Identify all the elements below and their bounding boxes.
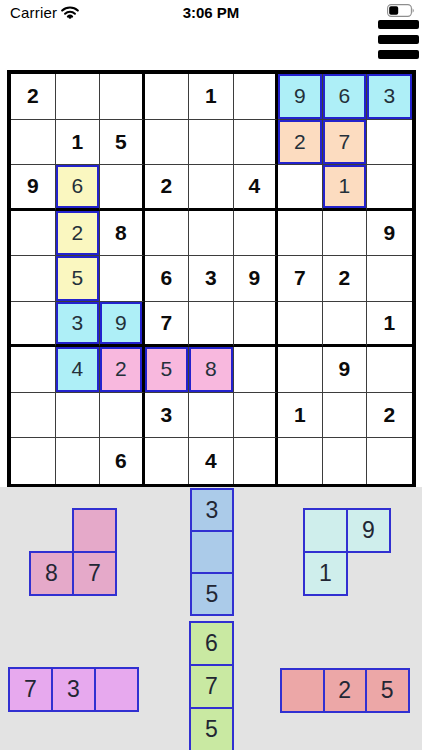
grid-cell-r4c1[interactable]: [11, 211, 56, 257]
grid-cell-r1c2[interactable]: [56, 74, 101, 120]
piece-orchid-bar-cell[interactable]: 3: [51, 667, 96, 712]
grid-cell-r2c6[interactable]: [234, 120, 279, 166]
grid-cell-r1c3[interactable]: [100, 74, 145, 120]
piece-salmon-bar-cell[interactable]: 5: [365, 668, 410, 713]
grid-cell-r9c7[interactable]: [278, 438, 323, 484]
grid-cell-r3c6[interactable]: 4: [234, 165, 279, 211]
grid-cell-r2c4[interactable]: [145, 120, 190, 166]
grid-cell-r6c1[interactable]: [11, 302, 56, 348]
grid-cell-r5c9[interactable]: [367, 256, 412, 302]
grid-cell-r4c4[interactable]: [145, 211, 190, 257]
grid-cell-r4c6[interactable]: [234, 211, 279, 257]
grid-cell-r7c5[interactable]: 8: [189, 347, 234, 393]
piece-blue-bar-cell[interactable]: [190, 530, 234, 574]
piece-green-bar-cell[interactable]: 5: [189, 707, 234, 750]
grid-cell-r8c2[interactable]: [56, 393, 101, 439]
piece-orchid-bar-cell[interactable]: 7: [8, 667, 53, 712]
grid-cell-r4c7[interactable]: [278, 211, 323, 257]
grid-cell-r4c8[interactable]: [323, 211, 368, 257]
grid-cell-r2c2[interactable]: 1: [56, 120, 101, 166]
grid-cell-r1c6[interactable]: [234, 74, 279, 120]
grid-cell-r1c8[interactable]: 6: [323, 74, 368, 120]
grid-cell-r6c9[interactable]: 1: [367, 302, 412, 348]
grid-cell-r6c8[interactable]: [323, 302, 368, 348]
piece-cyan-L-cell[interactable]: 1: [303, 551, 348, 596]
grid-cell-r8c6[interactable]: [234, 393, 279, 439]
grid-cell-r2c7[interactable]: 2: [278, 120, 323, 166]
grid-cell-r1c5[interactable]: 1: [189, 74, 234, 120]
grid-cell-r5c6[interactable]: 9: [234, 256, 279, 302]
grid-cell-r8c7[interactable]: 1: [278, 393, 323, 439]
piece-salmon-bar-cell[interactable]: 2: [323, 668, 368, 713]
grid-cell-r3c5[interactable]: [189, 165, 234, 211]
grid-cell-r4c3[interactable]: 8: [100, 211, 145, 257]
grid-cell-r8c5[interactable]: [189, 393, 234, 439]
grid-cell-r5c5[interactable]: 3: [189, 256, 234, 302]
grid-cell-r1c1[interactable]: 2: [11, 74, 56, 120]
grid-cell-r3c9[interactable]: [367, 165, 412, 211]
grid-cell-r2c9[interactable]: [367, 120, 412, 166]
grid-cell-r4c2[interactable]: 2: [56, 211, 101, 257]
piece-green-bar-cell[interactable]: 7: [189, 664, 234, 709]
grid-cell-r8c8[interactable]: [323, 393, 368, 439]
grid-cell-r7c4[interactable]: 5: [145, 347, 190, 393]
hamburger-icon: [378, 50, 419, 59]
app-screen: Carrier 3:06 PM 219631527962412895639723…: [0, 0, 422, 750]
piece-blue-bar-cell[interactable]: 3: [190, 488, 234, 532]
grid-cell-r8c9[interactable]: 2: [367, 393, 412, 439]
grid-cell-r6c5[interactable]: [189, 302, 234, 348]
grid-cell-r2c5[interactable]: [189, 120, 234, 166]
grid-cell-r3c7[interactable]: [278, 165, 323, 211]
piece-blue-bar-cell[interactable]: 5: [190, 572, 234, 616]
hamburger-icon: [378, 35, 419, 44]
sudoku-board: 2196315279624128956397239714258931264: [7, 70, 416, 488]
grid-cell-r3c1[interactable]: 9: [11, 165, 56, 211]
grid-cell-r7c1[interactable]: [11, 347, 56, 393]
piece-rose-L-cell[interactable]: 7: [72, 551, 117, 596]
grid-cell-r2c8[interactable]: 7: [323, 120, 368, 166]
grid-cell-r3c4[interactable]: 2: [145, 165, 190, 211]
grid-cell-r7c7[interactable]: [278, 347, 323, 393]
grid-cell-r8c3[interactable]: [100, 393, 145, 439]
grid-cell-r2c1[interactable]: [11, 120, 56, 166]
grid-cell-r1c4[interactable]: [145, 74, 190, 120]
piece-rose-L-cell[interactable]: 8: [29, 551, 74, 596]
grid-cell-r5c7[interactable]: 7: [278, 256, 323, 302]
grid-cell-r6c6[interactable]: [234, 302, 279, 348]
grid-cell-r9c2[interactable]: [56, 438, 101, 484]
hamburger-menu-button[interactable]: [378, 20, 419, 65]
grid-cell-r2c3[interactable]: 5: [100, 120, 145, 166]
piece-rose-L-cell[interactable]: [72, 508, 117, 553]
grid-cell-r3c2[interactable]: 6: [56, 165, 101, 211]
grid-cell-r6c2[interactable]: 3: [56, 302, 101, 348]
piece-green-bar-cell[interactable]: 6: [189, 621, 234, 666]
grid-cell-r9c3[interactable]: 6: [100, 438, 145, 484]
grid-cell-r5c3[interactable]: [100, 256, 145, 302]
grid-cell-r6c7[interactable]: [278, 302, 323, 348]
grid-cell-r5c2[interactable]: 5: [56, 256, 101, 302]
grid-cell-r5c4[interactable]: 6: [145, 256, 190, 302]
grid-cell-r9c9[interactable]: [367, 438, 412, 484]
grid-cell-r7c8[interactable]: 9: [323, 347, 368, 393]
grid-cell-r7c3[interactable]: 2: [100, 347, 145, 393]
grid-cell-r9c5[interactable]: 4: [189, 438, 234, 484]
grid-cell-r7c6[interactable]: [234, 347, 279, 393]
grid-cell-r3c3[interactable]: [100, 165, 145, 211]
grid-cell-r1c7[interactable]: 9: [278, 74, 323, 120]
grid-cell-r3c8[interactable]: 1: [323, 165, 368, 211]
grid-cell-r9c1[interactable]: [11, 438, 56, 484]
piece-orchid-bar-cell[interactable]: [94, 667, 139, 712]
grid-cell-r9c6[interactable]: [234, 438, 279, 484]
battery-icon: [387, 4, 415, 17]
grid-cell-r1c9[interactable]: 3: [367, 74, 412, 120]
grid-cell-r6c3[interactable]: 9: [100, 302, 145, 348]
piece-cyan-L-cell[interactable]: [303, 508, 348, 553]
piece-cyan-L-cell[interactable]: 9: [346, 508, 391, 553]
grid-cell-r8c1[interactable]: [11, 393, 56, 439]
grid-cell-r9c8[interactable]: [323, 438, 368, 484]
grid-cell-r5c1[interactable]: [11, 256, 56, 302]
grid-cell-r7c2[interactable]: 4: [56, 347, 101, 393]
grid-cell-r6c4[interactable]: 7: [145, 302, 190, 348]
clock-label: 3:06 PM: [0, 4, 422, 21]
grid-cell-r8c4[interactable]: 3: [145, 393, 190, 439]
grid-cell-r5c8[interactable]: 2: [323, 256, 368, 302]
grid-cell-r9c4[interactable]: [145, 438, 190, 484]
grid-cell-r4c5[interactable]: [189, 211, 234, 257]
piece-salmon-bar-cell[interactable]: [280, 668, 325, 713]
hamburger-icon: [378, 20, 419, 29]
grid-cell-r4c9[interactable]: 9: [367, 211, 412, 257]
grid-cell-r7c9[interactable]: [367, 347, 412, 393]
